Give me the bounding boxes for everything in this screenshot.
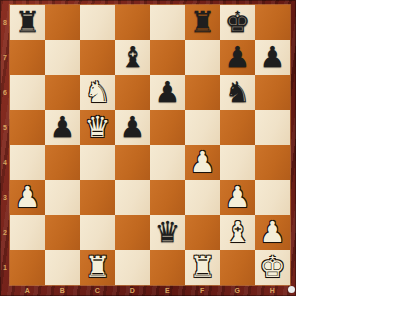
square-e4[interactable] (150, 145, 185, 180)
square-h7[interactable]: ♟ (255, 40, 290, 75)
piece-black-rook-f8[interactable]: ♜ (185, 5, 220, 40)
piece-black-knight-g6[interactable]: ♞ (220, 75, 255, 110)
square-a4[interactable] (10, 145, 45, 180)
square-d5[interactable]: ♟ (115, 110, 150, 145)
rank-label-2: 2 (0, 215, 10, 250)
square-c8[interactable] (80, 5, 115, 40)
square-h5[interactable] (255, 110, 290, 145)
piece-black-pawn-e6[interactable]: ♟ (150, 75, 185, 110)
square-f2[interactable] (185, 215, 220, 250)
square-c6[interactable]: ♞ (80, 75, 115, 110)
square-f4[interactable]: ♟ (185, 145, 220, 180)
file-label-h: H (255, 285, 290, 296)
file-label-e: E (150, 285, 185, 296)
square-e2[interactable]: ♛ (150, 215, 185, 250)
piece-black-king-g8[interactable]: ♚ (220, 5, 255, 40)
square-g1[interactable] (220, 250, 255, 285)
piece-white-pawn-a3[interactable]: ♟ (10, 180, 45, 215)
square-e5[interactable] (150, 110, 185, 145)
square-b8[interactable] (45, 5, 80, 40)
square-h2[interactable]: ♟ (255, 215, 290, 250)
square-a2[interactable] (10, 215, 45, 250)
square-f3[interactable] (185, 180, 220, 215)
piece-black-pawn-g7[interactable]: ♟ (220, 40, 255, 75)
piece-black-queen-e2[interactable]: ♛ (150, 215, 185, 250)
piece-black-pawn-h7[interactable]: ♟ (255, 40, 290, 75)
square-g6[interactable]: ♞ (220, 75, 255, 110)
rank-label-1: 1 (0, 250, 10, 285)
piece-white-pawn-f4[interactable]: ♟ (185, 145, 220, 180)
file-label-b: B (45, 285, 80, 296)
square-d4[interactable] (115, 145, 150, 180)
square-a5[interactable] (10, 110, 45, 145)
square-a1[interactable] (10, 250, 45, 285)
piece-white-pawn-g3[interactable]: ♟ (220, 180, 255, 215)
file-label-g: G (220, 285, 255, 296)
piece-black-pawn-b5[interactable]: ♟ (45, 110, 80, 145)
piece-white-pawn-h2[interactable]: ♟ (255, 215, 290, 250)
square-d1[interactable] (115, 250, 150, 285)
file-label-a: A (10, 285, 45, 296)
board-squares: ♜♜♚♝♟♟♞♟♞♟♛♟♟♟♟♛♝♟♜♜♚ (10, 5, 290, 285)
square-a7[interactable] (10, 40, 45, 75)
rank-label-3: 3 (0, 180, 10, 215)
rank-label-5: 5 (0, 110, 10, 145)
square-g7[interactable]: ♟ (220, 40, 255, 75)
square-c2[interactable] (80, 215, 115, 250)
square-d3[interactable] (115, 180, 150, 215)
square-a8[interactable]: ♜ (10, 5, 45, 40)
square-g8[interactable]: ♚ (220, 5, 255, 40)
square-b4[interactable] (45, 145, 80, 180)
square-b5[interactable]: ♟ (45, 110, 80, 145)
square-h3[interactable] (255, 180, 290, 215)
square-b7[interactable] (45, 40, 80, 75)
square-g4[interactable] (220, 145, 255, 180)
square-e7[interactable] (150, 40, 185, 75)
square-f8[interactable]: ♜ (185, 5, 220, 40)
rank-label-8: 8 (0, 5, 10, 40)
square-g3[interactable]: ♟ (220, 180, 255, 215)
square-b1[interactable] (45, 250, 80, 285)
square-c3[interactable] (80, 180, 115, 215)
square-b6[interactable] (45, 75, 80, 110)
square-b2[interactable] (45, 215, 80, 250)
square-c5[interactable]: ♛ (80, 110, 115, 145)
square-d7[interactable]: ♝ (115, 40, 150, 75)
square-b3[interactable] (45, 180, 80, 215)
square-h6[interactable] (255, 75, 290, 110)
rank-label-7: 7 (0, 40, 10, 75)
square-c7[interactable] (80, 40, 115, 75)
square-c1[interactable]: ♜ (80, 250, 115, 285)
piece-black-pawn-d5[interactable]: ♟ (115, 110, 150, 145)
piece-black-bishop-d7[interactable]: ♝ (115, 40, 150, 75)
piece-white-king-h1[interactable]: ♚ (255, 250, 290, 285)
square-d6[interactable] (115, 75, 150, 110)
square-d2[interactable] (115, 215, 150, 250)
piece-black-rook-a8[interactable]: ♜ (10, 5, 45, 40)
rank-label-4: 4 (0, 145, 10, 180)
chess-board: ♜♜♚♝♟♟♞♟♞♟♛♟♟♟♟♛♝♟♜♜♚ 87654321 ABCDEFGH (0, 0, 296, 296)
page: ♜♜♚♝♟♟♞♟♞♟♛♟♟♟♟♛♝♟♜♜♚ 87654321 ABCDEFGH (0, 0, 414, 311)
white-to-move-indicator (288, 286, 295, 293)
file-label-d: D (115, 285, 150, 296)
piece-white-queen-c5[interactable]: ♛ (80, 110, 115, 145)
square-f5[interactable] (185, 110, 220, 145)
square-f7[interactable] (185, 40, 220, 75)
square-a3[interactable]: ♟ (10, 180, 45, 215)
square-f1[interactable]: ♜ (185, 250, 220, 285)
square-c4[interactable] (80, 145, 115, 180)
square-g5[interactable] (220, 110, 255, 145)
square-e1[interactable] (150, 250, 185, 285)
square-e8[interactable] (150, 5, 185, 40)
file-label-f: F (185, 285, 220, 296)
square-e6[interactable]: ♟ (150, 75, 185, 110)
square-h8[interactable] (255, 5, 290, 40)
square-h4[interactable] (255, 145, 290, 180)
piece-white-knight-c6[interactable]: ♞ (80, 75, 115, 110)
piece-white-bishop-g2[interactable]: ♝ (220, 215, 255, 250)
square-d8[interactable] (115, 5, 150, 40)
square-f6[interactable] (185, 75, 220, 110)
square-a6[interactable] (10, 75, 45, 110)
square-h1[interactable]: ♚ (255, 250, 290, 285)
piece-white-rook-c1[interactable]: ♜ (80, 250, 115, 285)
piece-white-rook-f1[interactable]: ♜ (185, 250, 220, 285)
rank-label-6: 6 (0, 75, 10, 110)
file-label-c: C (80, 285, 115, 296)
square-e3[interactable] (150, 180, 185, 215)
square-g2[interactable]: ♝ (220, 215, 255, 250)
